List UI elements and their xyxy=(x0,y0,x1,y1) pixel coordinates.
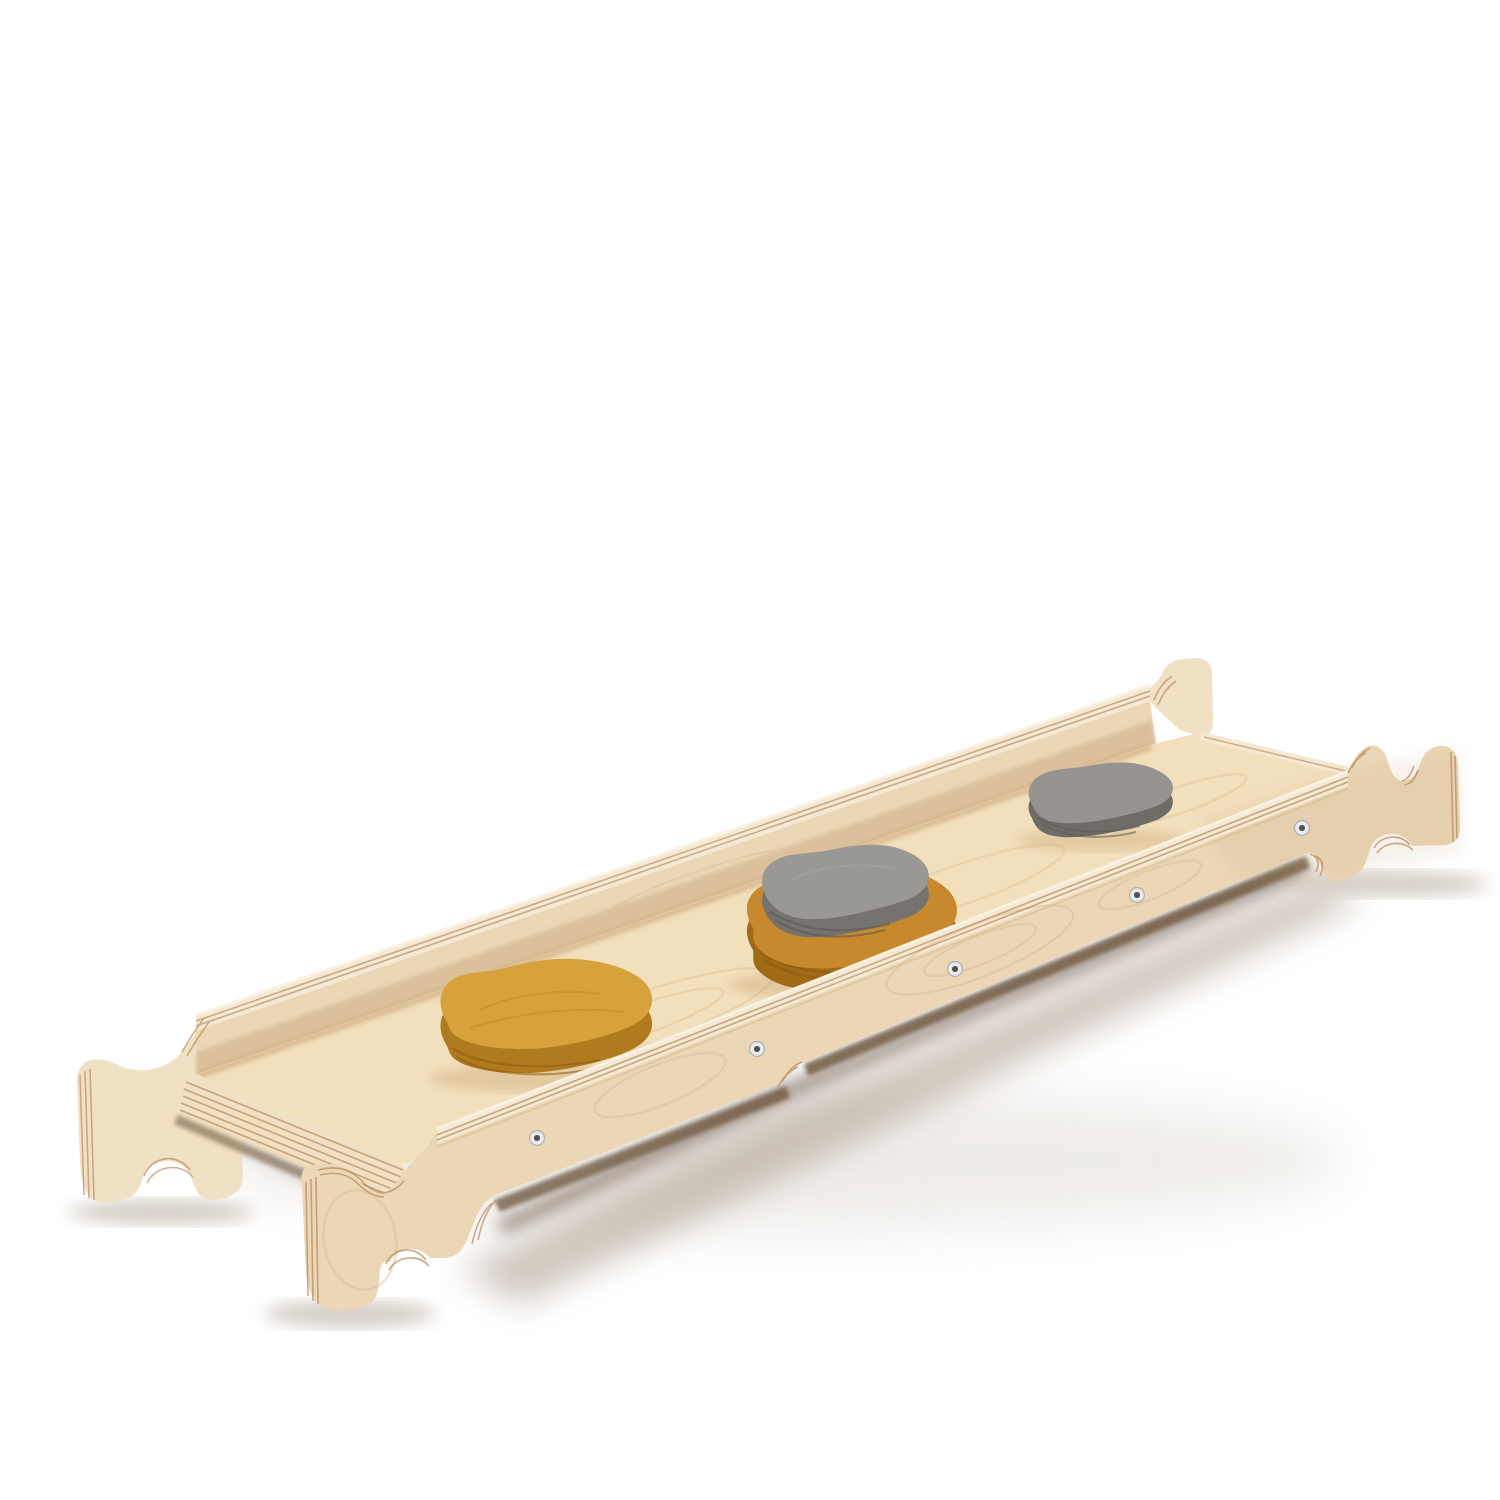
product-photo xyxy=(0,0,1500,1500)
balance-beam-illustration xyxy=(0,0,1500,1500)
back-left-foot-shadow xyxy=(70,1199,254,1225)
stepping-stone-grey-far xyxy=(1017,763,1187,851)
